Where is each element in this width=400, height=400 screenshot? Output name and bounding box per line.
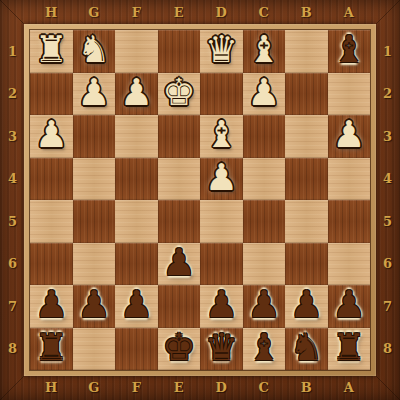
rank-label-right-8: 8 — [375, 328, 400, 371]
rank-label-right-2: 2 — [375, 73, 400, 116]
square-b6[interactable] — [285, 243, 328, 286]
square-g3[interactable] — [73, 115, 116, 158]
square-a4[interactable] — [328, 158, 371, 201]
file-label-bottom-b: B — [285, 375, 328, 400]
square-a1[interactable]: ♝ — [328, 30, 371, 73]
square-d4[interactable]: ♟ — [200, 158, 243, 201]
black-queen-d8[interactable]: ♛ — [205, 329, 238, 366]
square-d2[interactable] — [200, 73, 243, 116]
square-b3[interactable] — [285, 115, 328, 158]
square-c6[interactable] — [243, 243, 286, 286]
file-label-top-f: F — [115, 0, 158, 25]
black-pawn-h7[interactable]: ♟ — [35, 286, 68, 323]
white-king-e2[interactable]: ♚ — [162, 74, 195, 111]
square-g2[interactable]: ♟ — [73, 73, 116, 116]
square-f4[interactable] — [115, 158, 158, 201]
square-g6[interactable] — [73, 243, 116, 286]
file-label-bottom-d: D — [200, 375, 243, 400]
square-h5[interactable] — [30, 200, 73, 243]
square-e2[interactable]: ♚ — [158, 73, 201, 116]
square-g7[interactable]: ♟ — [73, 285, 116, 328]
square-e5[interactable] — [158, 200, 201, 243]
white-pawn-c2[interactable]: ♟ — [247, 74, 280, 111]
square-h7[interactable]: ♟ — [30, 285, 73, 328]
square-c4[interactable] — [243, 158, 286, 201]
square-a7[interactable]: ♟ — [328, 285, 371, 328]
square-b5[interactable] — [285, 200, 328, 243]
white-bishop-c1[interactable]: ♝ — [247, 31, 280, 68]
square-c3[interactable] — [243, 115, 286, 158]
square-b2[interactable] — [285, 73, 328, 116]
black-bishop-c8[interactable]: ♝ — [247, 329, 280, 366]
square-f6[interactable] — [115, 243, 158, 286]
black-rook-a8[interactable]: ♜ — [332, 329, 365, 366]
square-e3[interactable] — [158, 115, 201, 158]
square-g5[interactable] — [73, 200, 116, 243]
square-b7[interactable]: ♟ — [285, 285, 328, 328]
square-h6[interactable] — [30, 243, 73, 286]
rank-label-right-6: 6 — [375, 243, 400, 286]
square-g4[interactable] — [73, 158, 116, 201]
file-label-top-h: H — [30, 0, 73, 25]
black-knight-b8[interactable]: ♞ — [290, 329, 323, 366]
rank-label-left-3: 3 — [0, 115, 25, 158]
white-bishop-d3[interactable]: ♝ — [205, 116, 238, 153]
white-knight-g1[interactable]: ♞ — [77, 31, 110, 68]
file-label-bottom-g: G — [73, 375, 116, 400]
square-f7[interactable]: ♟ — [115, 285, 158, 328]
file-labels-bottom: HGFEDCBA — [30, 375, 370, 400]
rank-label-right-4: 4 — [375, 158, 400, 201]
rank-label-left-4: 4 — [0, 158, 25, 201]
black-king-e8[interactable]: ♚ — [162, 329, 195, 366]
square-f1[interactable] — [115, 30, 158, 73]
square-c5[interactable] — [243, 200, 286, 243]
square-f3[interactable] — [115, 115, 158, 158]
rank-labels-left: 12345678 — [0, 30, 25, 370]
square-d5[interactable] — [200, 200, 243, 243]
square-b8[interactable]: ♞ — [285, 328, 328, 371]
square-f8[interactable] — [115, 328, 158, 371]
square-e1[interactable] — [158, 30, 201, 73]
black-pawn-f7[interactable]: ♟ — [120, 286, 153, 323]
black-pawn-b7[interactable]: ♟ — [290, 286, 323, 323]
square-g1[interactable]: ♞ — [73, 30, 116, 73]
square-g8[interactable] — [73, 328, 116, 371]
black-pawn-e6[interactable]: ♟ — [162, 244, 195, 281]
white-pawn-a3[interactable]: ♟ — [332, 116, 365, 153]
square-e4[interactable] — [158, 158, 201, 201]
rank-label-left-6: 6 — [0, 243, 25, 286]
rank-label-left-7: 7 — [0, 285, 25, 328]
square-d7[interactable]: ♟ — [200, 285, 243, 328]
white-pawn-f2[interactable]: ♟ — [120, 74, 153, 111]
rank-label-left-5: 5 — [0, 200, 25, 243]
file-label-top-a: A — [328, 0, 371, 25]
square-d1[interactable]: ♛ — [200, 30, 243, 73]
square-h3[interactable]: ♟ — [30, 115, 73, 158]
file-label-top-e: E — [158, 0, 201, 25]
rank-label-right-1: 1 — [375, 30, 400, 73]
board-inner-border: ♜♞♛♝♝♟♟♚♟♟♝♟♟♟♟♟♟♟♟♟♟♜♚♛♝♞♜ — [24, 24, 376, 376]
square-a5[interactable] — [328, 200, 371, 243]
black-pawn-g7[interactable]: ♟ — [77, 286, 110, 323]
square-b1[interactable] — [285, 30, 328, 73]
square-c1[interactable]: ♝ — [243, 30, 286, 73]
square-e6[interactable]: ♟ — [158, 243, 201, 286]
white-queen-d1[interactable]: ♛ — [205, 31, 238, 68]
square-d8[interactable]: ♛ — [200, 328, 243, 371]
square-c2[interactable]: ♟ — [243, 73, 286, 116]
file-label-bottom-f: F — [115, 375, 158, 400]
black-pawn-c7[interactable]: ♟ — [247, 286, 280, 323]
file-label-bottom-e: E — [158, 375, 201, 400]
square-a6[interactable] — [328, 243, 371, 286]
white-rook-h1[interactable]: ♜ — [35, 31, 68, 68]
file-label-bottom-h: H — [30, 375, 73, 400]
file-label-bottom-c: C — [243, 375, 286, 400]
black-bishop-a1[interactable]: ♝ — [332, 31, 365, 68]
white-pawn-h3[interactable]: ♟ — [35, 116, 68, 153]
rank-label-right-3: 3 — [375, 115, 400, 158]
file-labels-top: HGFEDCBA — [30, 0, 370, 25]
rank-label-right-5: 5 — [375, 200, 400, 243]
square-h8[interactable]: ♜ — [30, 328, 73, 371]
file-label-top-d: D — [200, 0, 243, 25]
square-h2[interactable] — [30, 73, 73, 116]
rank-label-left-2: 2 — [0, 73, 25, 116]
square-d6[interactable] — [200, 243, 243, 286]
file-label-top-c: C — [243, 0, 286, 25]
file-label-bottom-a: A — [328, 375, 371, 400]
square-a2[interactable] — [328, 73, 371, 116]
square-e7[interactable] — [158, 285, 201, 328]
file-label-top-g: G — [73, 0, 116, 25]
black-pawn-d7[interactable]: ♟ — [205, 286, 238, 323]
chessboard-window: HGFEDCBA HGFEDCBA 12345678 12345678 ♜♞♛♝… — [0, 0, 400, 400]
square-f5[interactable] — [115, 200, 158, 243]
square-h1[interactable]: ♜ — [30, 30, 73, 73]
square-a3[interactable]: ♟ — [328, 115, 371, 158]
black-pawn-a7[interactable]: ♟ — [332, 286, 365, 323]
file-label-top-b: B — [285, 0, 328, 25]
rank-labels-right: 12345678 — [375, 30, 400, 370]
square-b4[interactable] — [285, 158, 328, 201]
square-a8[interactable]: ♜ — [328, 328, 371, 371]
square-e8[interactable]: ♚ — [158, 328, 201, 371]
black-rook-h8[interactable]: ♜ — [35, 329, 68, 366]
square-c8[interactable]: ♝ — [243, 328, 286, 371]
board-grid: ♜♞♛♝♝♟♟♚♟♟♝♟♟♟♟♟♟♟♟♟♟♜♚♛♝♞♜ — [30, 30, 370, 370]
rank-label-left-8: 8 — [0, 328, 25, 371]
white-pawn-d4[interactable]: ♟ — [205, 159, 238, 196]
rank-label-right-7: 7 — [375, 285, 400, 328]
square-c7[interactable]: ♟ — [243, 285, 286, 328]
square-f2[interactable]: ♟ — [115, 73, 158, 116]
white-pawn-g2[interactable]: ♟ — [77, 74, 110, 111]
square-h4[interactable] — [30, 158, 73, 201]
square-d3[interactable]: ♝ — [200, 115, 243, 158]
rank-label-left-1: 1 — [0, 30, 25, 73]
